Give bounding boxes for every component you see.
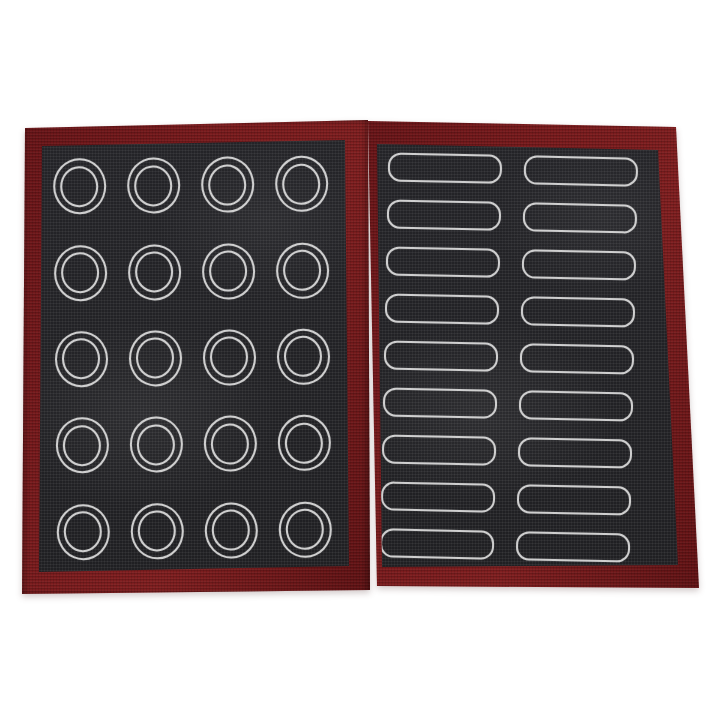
macaron-inner-ring <box>134 165 172 206</box>
eclair-guide-cell <box>374 284 511 334</box>
eclair-guide-cell <box>505 522 642 572</box>
macaron-guide-cell <box>190 141 265 228</box>
eclair-guide-cell <box>510 240 647 290</box>
macaron-guide-cell <box>265 227 340 314</box>
eclair-guide-slot <box>519 390 634 421</box>
macaron-guide-cell <box>192 400 267 487</box>
eclair-guide-cell <box>511 193 648 243</box>
macaron-inner-ring <box>284 336 322 377</box>
macaron-inner-ring <box>136 338 174 379</box>
macaron-outer-ring <box>201 243 255 300</box>
macaron-outer-ring <box>130 503 184 560</box>
eclair-guide-slot <box>516 531 631 562</box>
eclair-guide-cell <box>506 475 643 525</box>
eclair-guide-slot <box>380 528 495 559</box>
macaron-outer-ring <box>55 417 109 474</box>
macaron-outer-ring <box>204 502 258 559</box>
eclair-guide-slot <box>382 434 497 465</box>
eclair-guide-cell <box>508 381 645 431</box>
macaron-baking-mat <box>20 116 372 598</box>
macaron-guide-cell <box>117 228 192 315</box>
macaron-outer-ring <box>274 156 328 213</box>
eclair-guide-cell <box>509 334 646 384</box>
eclair-guide-slot <box>523 202 638 233</box>
macaron-outer-ring <box>277 415 331 472</box>
macaron-inner-ring <box>285 423 323 464</box>
eclair-guide-slot <box>386 246 501 277</box>
eclair-guide-cell <box>371 425 508 475</box>
macaron-inner-ring <box>63 425 101 466</box>
macaron-inner-ring <box>283 250 321 291</box>
macaron-outer-ring <box>278 501 332 558</box>
macaron-guide-cell <box>116 142 191 229</box>
eclair-guide-slot <box>388 152 503 183</box>
macaron-inner-ring <box>64 511 102 552</box>
eclair-baking-mat <box>358 110 708 598</box>
macaron-guide-cell <box>264 140 339 227</box>
eclair-guide-cell <box>370 472 507 522</box>
macaron-inner-ring <box>62 338 100 379</box>
eclair-guide-slot <box>517 484 632 515</box>
macaron-inner-ring <box>211 423 249 464</box>
macaron-guide-cell <box>42 143 117 230</box>
macaron-outer-ring <box>54 331 108 388</box>
macaron-guide-cell <box>266 400 341 487</box>
macaron-inner-ring <box>61 252 99 293</box>
eclair-guide-cell <box>375 237 512 287</box>
macaron-inner-ring <box>60 166 98 207</box>
macaron-guide-cell <box>192 314 267 401</box>
product-photo <box>0 0 720 720</box>
macaron-inner-ring <box>208 164 246 205</box>
macaron-inner-ring <box>137 424 175 465</box>
macaron-guide-cell <box>44 402 119 489</box>
macaron-guide-cell <box>45 488 120 575</box>
macaron-guide-cell <box>44 316 119 403</box>
eclair-guide-slot <box>522 249 637 280</box>
macaron-outer-ring <box>275 242 329 299</box>
eclair-guide-cell <box>372 378 509 428</box>
macaron-outer-ring <box>126 157 180 214</box>
macaron-outer-ring <box>200 157 254 214</box>
macaron-mat-mesh-surface <box>20 116 372 598</box>
macaron-outer-ring <box>53 244 107 301</box>
macaron-inner-ring <box>138 510 176 551</box>
macaron-inner-ring <box>282 163 320 204</box>
eclair-guide-slot <box>524 155 639 186</box>
macaron-guide-cell <box>43 229 118 316</box>
eclair-guide-slot <box>520 343 635 374</box>
macaron-outer-ring <box>129 416 183 473</box>
eclair-guide-cell <box>375 190 512 240</box>
eclair-guide-slot <box>383 387 498 418</box>
macaron-inner-ring <box>209 251 247 292</box>
macaron-outer-ring <box>202 329 256 386</box>
macaron-outer-ring <box>128 330 182 387</box>
macaron-inner-ring <box>210 337 248 378</box>
eclair-guide-cell <box>512 146 649 196</box>
macaron-guide-cell <box>266 313 341 400</box>
macaron-guide-cell <box>191 228 266 315</box>
macaron-outer-ring <box>52 158 106 215</box>
macaron-guide-cell <box>193 487 268 574</box>
macaron-guide-cell <box>118 315 193 402</box>
eclair-mat-mesh-surface <box>358 110 708 598</box>
macaron-outer-ring <box>56 504 110 561</box>
eclair-guide-slot <box>384 340 499 371</box>
macaron-inner-ring <box>135 251 173 292</box>
macaron-outer-ring <box>203 416 257 473</box>
eclair-guides-grid <box>369 143 650 572</box>
macaron-guides-grid <box>42 140 343 575</box>
eclair-guide-cell <box>509 287 646 337</box>
eclair-guide-slot <box>518 437 633 468</box>
eclair-guide-cell <box>507 428 644 478</box>
macaron-guide-cell <box>267 486 342 573</box>
eclair-guide-cell <box>369 519 506 569</box>
macaron-inner-ring <box>286 509 324 550</box>
macaron-guide-cell <box>118 401 193 488</box>
eclair-guide-cell <box>373 331 510 381</box>
macaron-outer-ring <box>276 329 330 386</box>
eclair-guide-slot <box>521 296 636 327</box>
macaron-outer-ring <box>127 244 181 301</box>
eclair-guide-cell <box>376 143 513 193</box>
eclair-guide-slot <box>385 293 500 324</box>
eclair-guide-slot <box>387 199 502 230</box>
eclair-guide-slot <box>381 481 496 512</box>
macaron-guide-cell <box>119 488 194 575</box>
macaron-inner-ring <box>212 510 250 551</box>
